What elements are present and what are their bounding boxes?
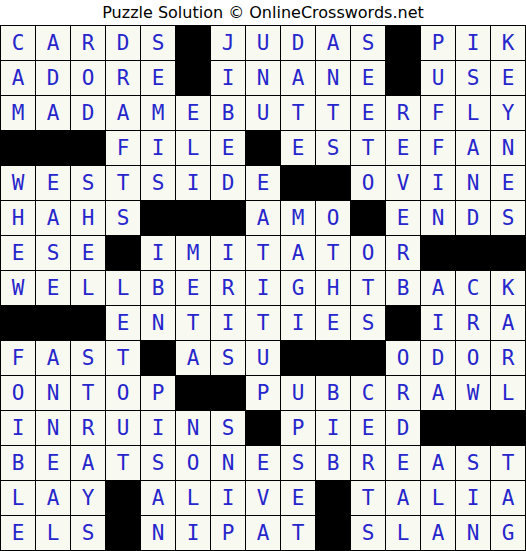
letter-cell-r11c4: O [106,376,140,410]
letter-cell-r14c11: T [351,481,385,515]
block-cell-r12c14 [456,411,490,445]
letter-cell-r11c8: P [246,376,280,410]
letter-cell-r8c9: G [281,271,315,305]
block-cell-r12c8 [246,411,280,445]
letter-cell-r2c8: N [246,61,280,95]
letter-cell-r3c12: R [386,96,420,130]
block-cell-r14c4 [106,481,140,515]
letter-cell-r12c10: I [316,411,350,445]
block-cell-r9c1 [1,306,35,340]
block-cell-r7c15 [491,236,525,270]
letter-cell-r13c11: R [351,446,385,480]
letter-cell-r5c15: E [491,166,525,200]
letter-cell-r11c13: A [421,376,455,410]
letter-cell-r12c2: N [36,411,70,445]
letter-cell-r8c11: T [351,271,385,305]
letter-cell-r1c14: I [456,26,490,60]
letter-cell-r14c2: A [36,481,70,515]
block-cell-r1c6 [176,26,210,60]
block-cell-r11c7 [211,376,245,410]
letter-cell-r4c9: E [281,131,315,165]
letter-cell-r2c5: E [141,61,175,95]
letter-cell-r9c8: T [246,306,280,340]
letter-cell-r14c3: Y [71,481,105,515]
letter-cell-r11c1: O [1,376,35,410]
letter-cell-r15c2: L [36,516,70,550]
letter-cell-r8c6: E [176,271,210,305]
letter-cell-r7c1: E [1,236,35,270]
letter-cell-r7c9: A [281,236,315,270]
block-cell-r5c9 [281,166,315,200]
letter-cell-r11c15: L [491,376,525,410]
block-cell-r6c7 [211,201,245,235]
letter-cell-r3c8: U [246,96,280,130]
letter-cell-r3c13: F [421,96,455,130]
letter-cell-r14c1: L [1,481,35,515]
letter-cell-r4c12: E [386,131,420,165]
letter-cell-r10c14: O [456,341,490,375]
block-cell-r6c6 [176,201,210,235]
letter-cell-r15c11: S [351,516,385,550]
letter-cell-r10c2: A [36,341,70,375]
letter-cell-r1c11: S [351,26,385,60]
letter-cell-r14c7: I [211,481,245,515]
letter-cell-r6c12: E [386,201,420,235]
puzzle-solution-page: Puzzle Solution © OnlineCrosswords.net C… [0,0,526,551]
letter-cell-r13c9: S [281,446,315,480]
letter-cell-r4c14: A [456,131,490,165]
block-cell-r9c12 [386,306,420,340]
letter-cell-r1c4: D [106,26,140,60]
letter-cell-r7c3: E [71,236,105,270]
block-cell-r5c10 [316,166,350,200]
block-cell-r10c11 [351,341,385,375]
letter-cell-r14c14: I [456,481,490,515]
letter-cell-r15c8: A [246,516,280,550]
letter-cell-r13c15: T [491,446,525,480]
letter-cell-r14c13: L [421,481,455,515]
letter-cell-r11c3: T [71,376,105,410]
letter-cell-r3c14: L [456,96,490,130]
letter-cell-r9c14: R [456,306,490,340]
letter-cell-r12c3: R [71,411,105,445]
letter-cell-r10c7: S [211,341,245,375]
letter-cell-r8c12: B [386,271,420,305]
letter-cell-r13c7: N [211,446,245,480]
letter-cell-r2c3: O [71,61,105,95]
letter-cell-r3c3: D [71,96,105,130]
letter-cell-r11c12: R [386,376,420,410]
letter-cell-r14c15: A [491,481,525,515]
letter-cell-r12c7: S [211,411,245,445]
letter-cell-r7c8: T [246,236,280,270]
letter-cell-r8c5: B [141,271,175,305]
letter-cell-r6c15: S [491,201,525,235]
letter-cell-r2c15: E [491,61,525,95]
letter-cell-r3c7: B [211,96,245,130]
letter-cell-r8c1: W [1,271,35,305]
letter-cell-r6c10: O [316,201,350,235]
letter-cell-r8c8: I [246,271,280,305]
letter-cell-r10c6: A [176,341,210,375]
letter-cell-r5c5: S [141,166,175,200]
letter-cell-r5c8: E [246,166,280,200]
letter-cell-r1c5: S [141,26,175,60]
letter-cell-r10c13: D [421,341,455,375]
block-cell-r12c15 [491,411,525,445]
letter-cell-r1c9: D [281,26,315,60]
letter-cell-r1c1: C [1,26,35,60]
letter-cell-r14c12: A [386,481,420,515]
letter-cell-r13c2: E [36,446,70,480]
letter-cell-r6c1: H [1,201,35,235]
block-cell-r2c6 [176,61,210,95]
letter-cell-r11c2: N [36,376,70,410]
letter-cell-r1c7: J [211,26,245,60]
letter-cell-r7c10: T [316,236,350,270]
block-cell-r6c11 [351,201,385,235]
letter-cell-r14c5: A [141,481,175,515]
block-cell-r10c5 [141,341,175,375]
letter-cell-r8c4: L [106,271,140,305]
letter-cell-r8c10: H [316,271,350,305]
letter-cell-r3c1: M [1,96,35,130]
block-cell-r15c10 [316,516,350,550]
letter-cell-r2c1: A [1,61,35,95]
block-cell-r9c2 [36,306,70,340]
letter-cell-r8c14: C [456,271,490,305]
letter-cell-r12c4: U [106,411,140,445]
letter-cell-r7c12: R [386,236,420,270]
letter-cell-r15c7: P [211,516,245,550]
letter-cell-r12c6: N [176,411,210,445]
letter-cell-r7c7: I [211,236,245,270]
letter-cell-r13c10: B [316,446,350,480]
block-cell-r15c4 [106,516,140,550]
letter-cell-r5c13: I [421,166,455,200]
letter-cell-r2c14: S [456,61,490,95]
letter-cell-r1c3: R [71,26,105,60]
letter-cell-r12c5: I [141,411,175,445]
letter-cell-r13c12: E [386,446,420,480]
block-cell-r14c10 [316,481,350,515]
letter-cell-r6c2: A [36,201,70,235]
letter-cell-r9c15: A [491,306,525,340]
letter-cell-r3c9: T [281,96,315,130]
letter-cell-r10c3: S [71,341,105,375]
letter-cell-r3c5: M [141,96,175,130]
letter-cell-r2c13: U [421,61,455,95]
letter-cell-r13c8: E [246,446,280,480]
block-cell-r12c13 [421,411,455,445]
crossword-grid: CARDSJUDASPIKADOREINANEUSEMADAMEBUTTERFL… [0,25,526,551]
block-cell-r10c9 [281,341,315,375]
block-cell-r4c1 [1,131,35,165]
letter-cell-r2c10: N [316,61,350,95]
letter-cell-r4c7: E [211,131,245,165]
letter-cell-r4c6: L [176,131,210,165]
letter-cell-r2c7: I [211,61,245,95]
letter-cell-r9c13: I [421,306,455,340]
letter-cell-r10c8: U [246,341,280,375]
letter-cell-r9c9: I [281,306,315,340]
letter-cell-r4c10: S [316,131,350,165]
block-cell-r7c4 [106,236,140,270]
letter-cell-r9c4: E [106,306,140,340]
letter-cell-r2c4: R [106,61,140,95]
letter-cell-r7c2: S [36,236,70,270]
letter-cell-r3c11: E [351,96,385,130]
letter-cell-r15c1: E [1,516,35,550]
letter-cell-r5c1: W [1,166,35,200]
letter-cell-r6c13: N [421,201,455,235]
letter-cell-r15c12: L [386,516,420,550]
letter-cell-r13c13: A [421,446,455,480]
letter-cell-r4c4: F [106,131,140,165]
letter-cell-r3c4: A [106,96,140,130]
letter-cell-r4c15: N [491,131,525,165]
letter-cell-r2c11: E [351,61,385,95]
letter-cell-r14c8: V [246,481,280,515]
letter-cell-r13c5: S [141,446,175,480]
letter-cell-r15c9: T [281,516,315,550]
letter-cell-r5c12: V [386,166,420,200]
letter-cell-r7c5: I [141,236,175,270]
letter-cell-r5c3: S [71,166,105,200]
letter-cell-r15c14: N [456,516,490,550]
letter-cell-r13c6: O [176,446,210,480]
letter-cell-r15c15: G [491,516,525,550]
letter-cell-r6c9: M [281,201,315,235]
letter-cell-r3c2: A [36,96,70,130]
letter-cell-r8c2: E [36,271,70,305]
letter-cell-r7c11: O [351,236,385,270]
letter-cell-r12c11: E [351,411,385,445]
letter-cell-r1c8: U [246,26,280,60]
letter-cell-r10c15: R [491,341,525,375]
letter-cell-r6c14: D [456,201,490,235]
letter-cell-r9c11: S [351,306,385,340]
letter-cell-r14c9: E [281,481,315,515]
letter-cell-r11c14: W [456,376,490,410]
letter-cell-r12c12: D [386,411,420,445]
letter-cell-r9c5: N [141,306,175,340]
letter-cell-r1c2: A [36,26,70,60]
letter-cell-r15c13: A [421,516,455,550]
block-cell-r1c12 [386,26,420,60]
block-cell-r11c6 [176,376,210,410]
letter-cell-r10c1: F [1,341,35,375]
letter-cell-r13c3: A [71,446,105,480]
letter-cell-r12c1: I [1,411,35,445]
letter-cell-r13c4: T [106,446,140,480]
letter-cell-r6c4: S [106,201,140,235]
letter-cell-r5c11: O [351,166,385,200]
letter-cell-r4c13: F [421,131,455,165]
letter-cell-r1c13: P [421,26,455,60]
letter-cell-r6c3: H [71,201,105,235]
letter-cell-r5c6: I [176,166,210,200]
block-cell-r7c13 [421,236,455,270]
block-cell-r10c10 [316,341,350,375]
letter-cell-r11c10: B [316,376,350,410]
letter-cell-r15c3: S [71,516,105,550]
letter-cell-r1c10: A [316,26,350,60]
letter-cell-r6c8: A [246,201,280,235]
letter-cell-r13c14: S [456,446,490,480]
letter-cell-r10c12: O [386,341,420,375]
letter-cell-r9c7: I [211,306,245,340]
letter-cell-r4c5: I [141,131,175,165]
letter-cell-r8c3: L [71,271,105,305]
block-cell-r4c3 [71,131,105,165]
letter-cell-r5c2: E [36,166,70,200]
letter-cell-r8c13: A [421,271,455,305]
letter-cell-r5c7: D [211,166,245,200]
letter-cell-r14c6: L [176,481,210,515]
page-title: Puzzle Solution © OnlineCrosswords.net [0,0,526,25]
letter-cell-r8c7: R [211,271,245,305]
block-cell-r2c12 [386,61,420,95]
letter-cell-r11c11: C [351,376,385,410]
letter-cell-r2c2: D [36,61,70,95]
letter-cell-r7c6: M [176,236,210,270]
letter-cell-r5c4: T [106,166,140,200]
letter-cell-r15c6: I [176,516,210,550]
letter-cell-r13c1: B [1,446,35,480]
letter-cell-r9c6: T [176,306,210,340]
letter-cell-r1c15: K [491,26,525,60]
letter-cell-r12c9: P [281,411,315,445]
block-cell-r4c8 [246,131,280,165]
letter-cell-r3c15: Y [491,96,525,130]
letter-cell-r4c11: T [351,131,385,165]
letter-cell-r10c4: T [106,341,140,375]
letter-cell-r5c14: N [456,166,490,200]
block-cell-r9c3 [71,306,105,340]
block-cell-r4c2 [36,131,70,165]
letter-cell-r9c10: E [316,306,350,340]
letter-cell-r2c9: A [281,61,315,95]
block-cell-r6c5 [141,201,175,235]
letter-cell-r11c5: P [141,376,175,410]
letter-cell-r15c5: N [141,516,175,550]
block-cell-r7c14 [456,236,490,270]
letter-cell-r3c6: E [176,96,210,130]
letter-cell-r11c9: U [281,376,315,410]
letter-cell-r3c10: T [316,96,350,130]
letter-cell-r8c15: K [491,271,525,305]
